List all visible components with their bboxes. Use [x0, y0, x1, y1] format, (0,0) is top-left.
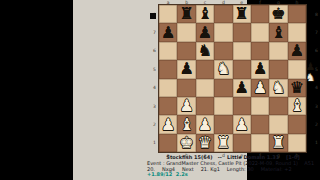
black-pawn[interactable]: ♟ [161, 25, 175, 41]
rank-label-7: 7 [152, 23, 158, 41]
square-h2[interactable] [288, 115, 306, 133]
square-e8[interactable]: ♜ [233, 5, 251, 23]
white-pawn[interactable]: ♟ [198, 117, 212, 133]
square-b8[interactable]: ♜ [177, 5, 195, 23]
rank-label-2: 2 [152, 115, 158, 133]
square-a6[interactable] [159, 42, 177, 60]
white-pawn[interactable]: ♟ [161, 117, 175, 133]
square-a8[interactable] [159, 5, 177, 23]
square-g2[interactable] [269, 115, 287, 133]
square-d1[interactable]: ♜ [214, 134, 232, 152]
square-a1[interactable] [159, 134, 177, 152]
square-a2[interactable]: ♟ [159, 115, 177, 133]
square-g4[interactable]: ♞ [269, 79, 287, 97]
square-d2[interactable] [214, 115, 232, 133]
rank-label-7: 7 [314, 23, 320, 41]
square-b3[interactable]: ♟ [177, 97, 195, 115]
white-king[interactable]: ♚ [179, 135, 193, 151]
white-knight[interactable]: ♞ [271, 80, 285, 96]
white-rook[interactable]: ♜ [216, 135, 230, 151]
square-a7[interactable]: ♟ [159, 23, 177, 41]
next-move: 21. Kg1 [201, 167, 220, 173]
square-h1[interactable] [288, 134, 306, 152]
black-pawn[interactable]: ♟ [253, 61, 267, 77]
square-d6[interactable] [214, 42, 232, 60]
black-rook[interactable]: ♜ [179, 6, 193, 22]
square-a4[interactable] [159, 79, 177, 97]
square-d3[interactable] [214, 97, 232, 115]
white-rook[interactable]: ♜ [271, 135, 285, 151]
square-a5[interactable] [159, 60, 177, 78]
square-e2[interactable]: ♟ [233, 115, 251, 133]
white-bishop[interactable]: ♝ [179, 117, 193, 133]
chess-board[interactable]: ♜♝♜♚♟♟♝♞♟♟♞♟♟♟♞♛♟♝♟♝♟♟♚♛♜♜ [159, 5, 306, 152]
black-pawn[interactable]: ♟ [198, 25, 212, 41]
black-pawn[interactable]: ♟ [235, 80, 249, 96]
chess-gui-panel: abcdefgh abcdefgh 87654321 87654321 ♜♝♜♚… [73, 0, 247, 180]
rank-label-4: 4 [152, 79, 158, 97]
black-pawn[interactable]: ♟ [179, 61, 193, 77]
square-f6[interactable] [251, 42, 269, 60]
video-frame: abcdefgh abcdefgh 87654321 87654321 ♜♝♜♚… [0, 0, 320, 180]
game-length: Length: 30 [227, 167, 254, 173]
square-e4[interactable]: ♟ [233, 79, 251, 97]
rank-labels-left: 87654321 [152, 5, 158, 152]
black-queen[interactable]: ♛ [290, 80, 304, 96]
square-b4[interactable] [177, 79, 195, 97]
square-c1[interactable]: ♛ [196, 134, 214, 152]
square-h7[interactable] [288, 23, 306, 41]
rank-label-1: 1 [314, 134, 320, 152]
square-b5[interactable]: ♟ [177, 60, 195, 78]
square-h3[interactable]: ♝ [288, 97, 306, 115]
material-tray: ♟ ♞ [306, 61, 316, 82]
rank-label-3: 3 [152, 97, 158, 115]
square-h8[interactable] [288, 5, 306, 23]
square-c4[interactable] [196, 79, 214, 97]
square-b6[interactable] [177, 42, 195, 60]
square-g5[interactable] [269, 60, 287, 78]
square-c8[interactable]: ♝ [196, 5, 214, 23]
white-bishop[interactable]: ♝ [290, 98, 304, 114]
square-f5[interactable]: ♟ [251, 60, 269, 78]
square-f1[interactable] [251, 134, 269, 152]
square-h4[interactable]: ♛ [288, 79, 306, 97]
square-b7[interactable] [177, 23, 195, 41]
rank-label-8: 8 [314, 5, 320, 23]
rank-label-6: 6 [152, 42, 158, 60]
engine-evaluation: +1.89/12 2.2s [147, 172, 188, 178]
square-c3[interactable] [196, 97, 214, 115]
rank-label-1: 1 [152, 134, 158, 152]
square-g7[interactable]: ♝ [269, 23, 287, 41]
square-e5[interactable] [233, 60, 251, 78]
square-g8[interactable]: ♚ [269, 5, 287, 23]
square-d7[interactable] [214, 23, 232, 41]
white-knight[interactable]: ♞ [216, 61, 230, 77]
square-f2[interactable] [251, 115, 269, 133]
square-b2[interactable]: ♝ [177, 115, 195, 133]
captured-white-knight-icon: ♞ [306, 72, 315, 83]
rank-label-6: 6 [314, 42, 320, 60]
square-g3[interactable] [269, 97, 287, 115]
square-c5[interactable] [196, 60, 214, 78]
white-pawn[interactable]: ♟ [253, 80, 267, 96]
white-pawn[interactable]: ♟ [179, 98, 193, 114]
square-c2[interactable]: ♟ [196, 115, 214, 133]
material-balance: Material: +2 [261, 167, 292, 173]
square-g6[interactable] [269, 42, 287, 60]
square-f3[interactable] [251, 97, 269, 115]
square-d5[interactable]: ♞ [214, 60, 232, 78]
square-d8[interactable] [214, 5, 232, 23]
square-e6[interactable] [233, 42, 251, 60]
black-bishop[interactable]: ♝ [271, 25, 285, 41]
black-knight[interactable]: ♞ [198, 43, 212, 59]
square-d4[interactable] [214, 79, 232, 97]
black-rook[interactable]: ♜ [235, 6, 249, 22]
black-bishop[interactable]: ♝ [198, 6, 212, 22]
square-f8[interactable] [251, 5, 269, 23]
black-king[interactable]: ♚ [271, 6, 285, 22]
square-h5[interactable] [288, 60, 306, 78]
square-b1[interactable]: ♚ [177, 134, 195, 152]
rank-label-2: 2 [314, 115, 320, 133]
square-e1[interactable] [233, 134, 251, 152]
rank-label-5: 5 [152, 60, 158, 78]
square-e7[interactable] [233, 23, 251, 41]
square-e3[interactable] [233, 97, 251, 115]
square-g1[interactable]: ♜ [269, 134, 287, 152]
black-pawn[interactable]: ♟ [290, 43, 304, 59]
white-queen[interactable]: ♛ [198, 135, 212, 151]
white-pawn[interactable]: ♟ [235, 117, 249, 133]
black-to-move-indicator [150, 13, 156, 19]
square-f7[interactable] [251, 23, 269, 41]
rank-label-3: 3 [314, 97, 320, 115]
square-h6[interactable]: ♟ [288, 42, 306, 60]
square-f4[interactable]: ♟ [251, 79, 269, 97]
square-c6[interactable]: ♞ [196, 42, 214, 60]
captured-black-pawn-icon: ♟ [306, 61, 315, 72]
square-c7[interactable]: ♟ [196, 23, 214, 41]
square-a3[interactable] [159, 97, 177, 115]
